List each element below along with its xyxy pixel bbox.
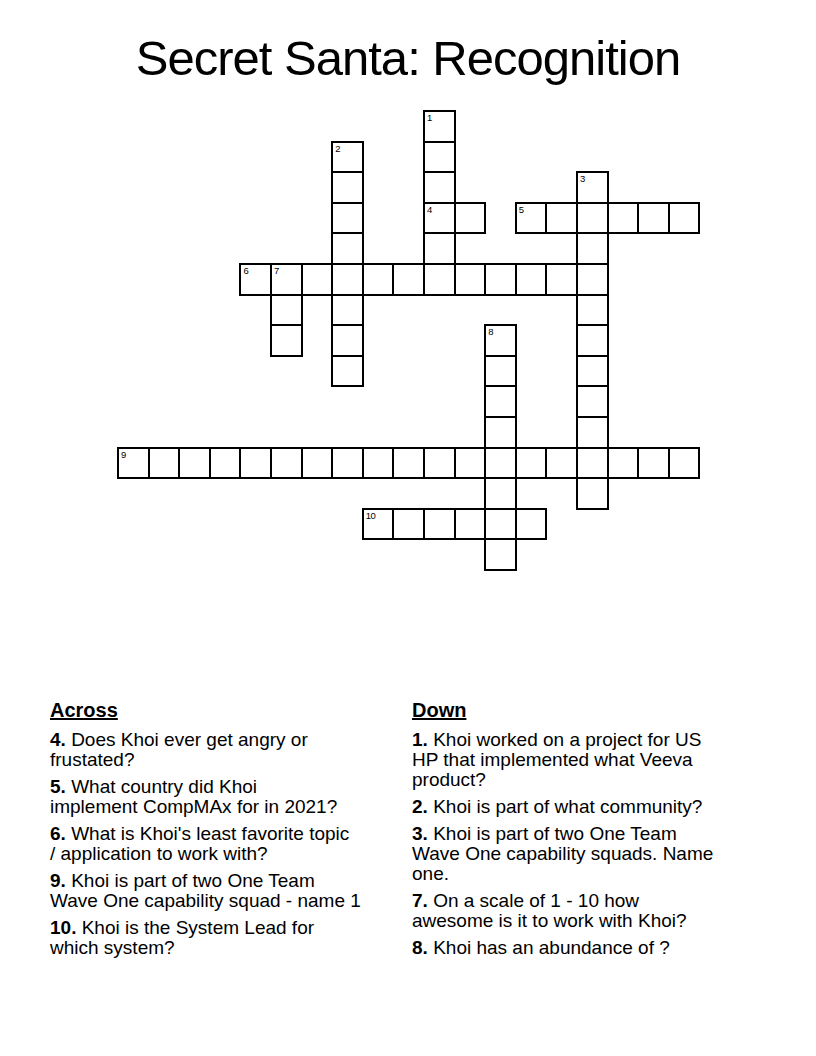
grid-cell[interactable] <box>239 447 272 480</box>
grid-cell[interactable] <box>515 447 548 480</box>
grid-cell[interactable] <box>668 202 701 235</box>
grid-cell[interactable] <box>637 447 670 480</box>
grid-cell[interactable] <box>545 263 578 296</box>
clue-item: 7. On a scale of 1 - 10 how awesome is i… <box>412 891 780 931</box>
grid-cell[interactable]: 10 <box>362 508 395 541</box>
grid-cell[interactable] <box>576 447 609 480</box>
grid-cell[interactable] <box>270 324 303 357</box>
grid-cell[interactable] <box>178 447 211 480</box>
grid-cell[interactable] <box>423 141 456 174</box>
clue-number: 1 <box>427 112 432 123</box>
grid-cell[interactable] <box>392 263 425 296</box>
grid-cell[interactable] <box>362 447 395 480</box>
grid-cell[interactable] <box>423 263 456 296</box>
clue-item-number: 7. <box>412 890 428 911</box>
grid-cell[interactable] <box>576 232 609 265</box>
grid-cell[interactable] <box>362 263 395 296</box>
grid-cell[interactable] <box>331 294 364 327</box>
clue-number: 4 <box>427 204 432 215</box>
grid-cell[interactable] <box>423 447 456 480</box>
grid-cell[interactable] <box>454 202 487 235</box>
clue-item: 1. Khoi worked on a project for US HP th… <box>412 730 780 790</box>
grid-cell[interactable] <box>484 385 517 418</box>
grid-cell[interactable] <box>331 447 364 480</box>
grid-cell[interactable] <box>331 355 364 388</box>
grid-cell[interactable] <box>637 202 670 235</box>
grid-cell[interactable]: 8 <box>484 324 517 357</box>
page: { "game": "crossword", "title": "Secret … <box>0 0 816 1056</box>
clue-number: 9 <box>121 449 126 460</box>
puzzle-title: Secret Santa: Recognition <box>0 30 816 86</box>
grid-cell[interactable]: 3 <box>576 171 609 204</box>
grid-cell[interactable] <box>607 202 640 235</box>
grid-cell[interactable]: 5 <box>515 202 548 235</box>
clue-item-number: 8. <box>412 937 428 958</box>
grid-cell[interactable] <box>576 294 609 327</box>
grid-cell[interactable]: 1 <box>423 110 456 143</box>
clue-item: 4. Does Khoi ever get angry or frustated… <box>50 730 402 770</box>
clue-item: 9. Khoi is part of two One Team Wave One… <box>50 871 402 911</box>
grid-cell[interactable] <box>454 508 487 541</box>
grid-cell[interactable] <box>576 355 609 388</box>
grid-cell[interactable] <box>301 447 334 480</box>
clue-number: 5 <box>519 204 524 215</box>
crossword-grid: 12345678910 <box>117 110 699 570</box>
clue-item-number: 2. <box>412 796 428 817</box>
across-clue-list: 4. Does Khoi ever get angry or frustated… <box>50 730 402 958</box>
clue-number: 3 <box>580 173 585 184</box>
clue-number: 10 <box>366 510 376 521</box>
clue-item: 8. Khoi has an abundance of ? <box>412 938 780 958</box>
down-clue-list: 1. Khoi worked on a project for US HP th… <box>412 730 780 958</box>
clue-item-text: Khoi has an abundance of ? <box>428 937 670 958</box>
grid-cell[interactable] <box>392 508 425 541</box>
down-heading: Down <box>412 700 780 721</box>
clue-item: 3. Khoi is part of two One Team Wave One… <box>412 824 780 884</box>
clue-item-text: Does Khoi ever get angry or frustated? <box>50 729 308 770</box>
grid-cell[interactable] <box>454 263 487 296</box>
clue-item: 10. Khoi is the System Lead for which sy… <box>50 918 402 958</box>
grid-cell[interactable] <box>484 263 517 296</box>
grid-cell[interactable] <box>576 477 609 510</box>
grid-cell[interactable] <box>423 171 456 204</box>
grid-cell[interactable] <box>484 355 517 388</box>
clue-item-number: 9. <box>50 870 66 891</box>
grid-cell[interactable] <box>545 202 578 235</box>
clue-number: 7 <box>274 265 279 276</box>
grid-cell[interactable] <box>484 477 517 510</box>
grid-cell[interactable] <box>331 324 364 357</box>
grid-cell[interactable] <box>668 447 701 480</box>
clue-number: 8 <box>488 326 493 337</box>
clue-item-text: Khoi is the System Lead for which system… <box>50 917 314 958</box>
grid-cell[interactable] <box>484 447 517 480</box>
grid-cell[interactable] <box>331 202 364 235</box>
grid-cell[interactable] <box>148 447 181 480</box>
grid-cell[interactable] <box>209 447 242 480</box>
grid-cell[interactable] <box>545 447 578 480</box>
clue-item-text: Khoi worked on a project for US HP that … <box>412 729 701 790</box>
clue-item-number: 4. <box>50 729 66 750</box>
grid-cell[interactable]: 9 <box>117 447 150 480</box>
clue-item-text: Khoi is part of what community? <box>428 796 703 817</box>
grid-cell[interactable] <box>576 416 609 449</box>
grid-cell[interactable] <box>423 508 456 541</box>
grid-cell[interactable] <box>331 171 364 204</box>
grid-cell[interactable] <box>576 202 609 235</box>
clue-number: 2 <box>335 143 340 154</box>
grid-cell[interactable] <box>484 538 517 571</box>
grid-cell[interactable] <box>270 294 303 327</box>
clue-item-number: 1. <box>412 729 428 750</box>
grid-cell[interactable] <box>515 508 548 541</box>
clue-item-number: 10. <box>50 917 76 938</box>
clue-item-text: Khoi is part of two One Team Wave One ca… <box>412 823 713 884</box>
grid-cell[interactable]: 7 <box>270 263 303 296</box>
clue-item-text: What country did Khoi implement CompMAx … <box>50 776 337 817</box>
clue-item-text: On a scale of 1 - 10 how awesome is it t… <box>412 890 687 931</box>
clue-item-number: 5. <box>50 776 66 797</box>
grid-cell[interactable] <box>607 447 640 480</box>
grid-cell[interactable]: 6 <box>239 263 272 296</box>
across-heading: Across <box>50 700 402 721</box>
grid-cell[interactable]: 4 <box>423 202 456 235</box>
grid-cell[interactable] <box>331 263 364 296</box>
clue-item: 2. Khoi is part of what community? <box>412 797 780 817</box>
grid-cell[interactable] <box>576 324 609 357</box>
grid-cell[interactable] <box>331 232 364 265</box>
grid-cell[interactable]: 2 <box>331 141 364 174</box>
grid-cell[interactable] <box>392 447 425 480</box>
grid-cell[interactable] <box>515 263 548 296</box>
down-clues: Down 1. Khoi worked on a project for US … <box>412 700 780 965</box>
clue-item-text: Khoi is part of two One Team Wave One ca… <box>50 870 361 911</box>
across-clues: Across 4. Does Khoi ever get angry or fr… <box>50 700 402 965</box>
grid-cell[interactable] <box>576 263 609 296</box>
grid-cell[interactable] <box>423 232 456 265</box>
grid-cell[interactable] <box>484 508 517 541</box>
clue-item-number: 6. <box>50 823 66 844</box>
grid-cell[interactable] <box>270 447 303 480</box>
clue-item: 5. What country did Khoi implement CompM… <box>50 777 402 817</box>
clue-item-number: 3. <box>412 823 428 844</box>
clue-item: 6. What is Khoi's least favorite topic /… <box>50 824 402 864</box>
clue-item-text: What is Khoi's least favorite topic / ap… <box>50 823 349 864</box>
grid-cell[interactable] <box>301 263 334 296</box>
grid-cell[interactable] <box>576 385 609 418</box>
clue-number: 6 <box>243 265 248 276</box>
grid-cell[interactable] <box>454 447 487 480</box>
grid-cell[interactable] <box>484 416 517 449</box>
